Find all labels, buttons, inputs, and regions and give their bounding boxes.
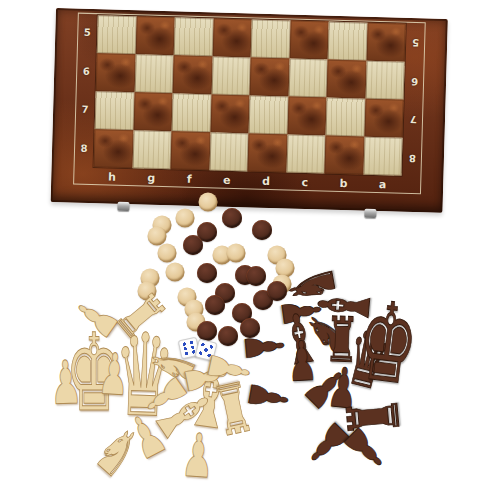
checker-dark [197,263,217,283]
hinge-icon [364,209,376,218]
checker-dark [252,220,272,240]
file-label-g: g [147,172,155,183]
square-a5 [366,23,406,62]
square-f7 [172,93,212,132]
square-h7 [95,91,135,130]
square-d6 [250,57,290,96]
square-h8 [94,129,134,168]
square-f6 [173,55,213,94]
rank-label-5: 5 [84,28,91,38]
square-b7 [326,98,366,137]
square-b6 [327,60,367,99]
black-pawn: ♟ [237,331,291,363]
checker-dark [183,235,203,255]
square-a7 [364,99,404,138]
checker-light [148,227,167,246]
file-label-e: e [223,174,231,185]
square-e5 [212,18,252,57]
square-d5 [251,19,291,58]
square-g6 [134,54,174,93]
square-g8 [132,130,172,169]
checker-light [158,244,177,263]
square-d7 [249,95,289,134]
rank-label-right-6: 6 [410,76,417,86]
chess-board: 5678 5678 hgfedcba [51,8,448,213]
square-h5 [97,15,137,54]
square-c6 [288,59,328,98]
hinge-icon [117,202,129,211]
square-e6 [211,56,251,95]
checker-dark [222,208,242,228]
square-g5 [135,16,175,55]
file-label-h: h [108,171,116,182]
square-h6 [96,53,136,92]
checker-light [166,263,185,282]
black-king: ♚ [352,286,423,401]
rank-label-6: 6 [83,67,90,77]
rank-label-right-5: 5 [412,37,419,47]
checker-light [227,244,246,263]
rank-label-8: 8 [80,143,87,153]
square-a6 [365,61,405,100]
square-c8 [286,135,326,174]
square-b8 [324,136,364,175]
checker-light [199,193,218,212]
square-e7 [210,94,250,133]
checker-dark [205,295,225,315]
board-grid [93,14,407,177]
square-a8 [363,137,403,176]
square-g7 [133,92,173,131]
square-e8 [209,132,249,171]
square-f5 [174,17,214,56]
checker-light [176,209,195,228]
rank-label-right-8: 8 [408,153,415,163]
file-label-d: d [262,175,270,186]
square-f8 [171,131,211,170]
product-photo-chess-set: 5678 5678 hgfedcba ♟♜♟♚♟♛♞♟♝♜♟♟♞♟♝♟♞♟♝♝♞… [0,0,500,500]
white-pawn: ♟ [180,424,216,486]
square-c5 [289,21,329,60]
square-d8 [248,133,288,172]
file-label-b: b [339,177,347,188]
board-inner-frame: 5678 5678 hgfedcba [73,13,426,195]
checker-dark [246,266,266,286]
square-b5 [328,22,368,61]
file-label-c: c [301,176,308,187]
rank-label-right-7: 7 [409,114,416,124]
rank-label-7: 7 [82,105,89,115]
square-c7 [287,97,327,136]
rank-labels-right: 5678 [402,23,424,177]
file-label-f: f [187,173,192,184]
file-label-a: a [379,179,387,190]
